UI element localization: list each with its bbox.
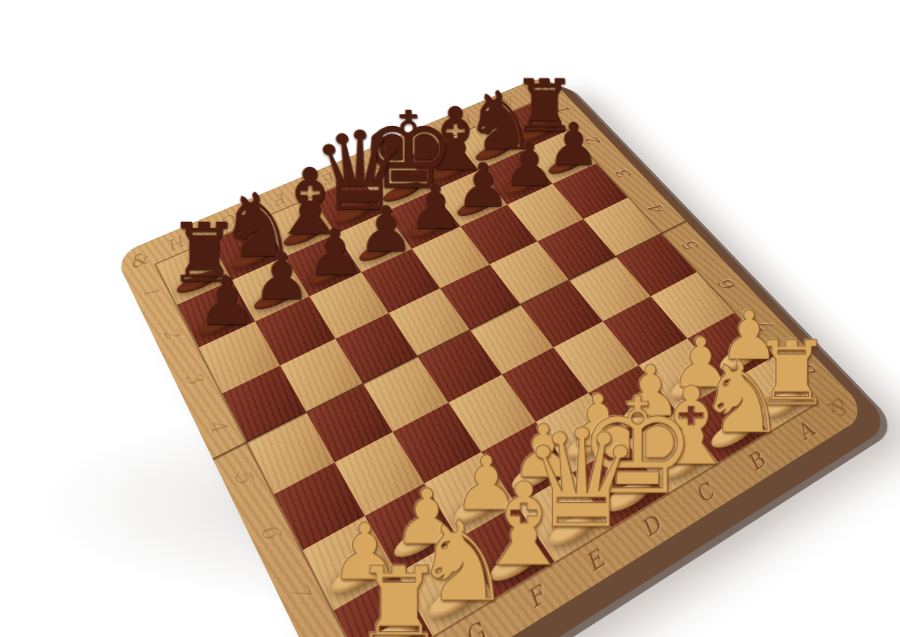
- rank-label: 7: [259, 555, 341, 626]
- scene: { "game": "chess", "board_style": "foldi…: [0, 0, 900, 637]
- piece-black-pawn[interactable]: ♟: [456, 159, 510, 215]
- piece-black-pawn[interactable]: ♟: [253, 248, 311, 308]
- piece-black-pawn[interactable]: ♟: [503, 138, 556, 193]
- piece-black-pawn[interactable]: ♟: [197, 272, 256, 333]
- rank-label: 4: [181, 397, 255, 455]
- piece-white-rook[interactable]: ♜: [352, 558, 445, 637]
- scene-perspective: ♜♞♝♛♚♝♞♜♟♟♟♟♟♟♟♟♟♟♟♟♟♟♟♟♜♞♝♛♚♝♞♜ HGFEDCB…: [196, 56, 744, 604]
- piece-black-pawn[interactable]: ♟: [408, 180, 463, 237]
- piece-black-pawn[interactable]: ♟: [306, 224, 363, 283]
- piece-black-pawn[interactable]: ♟: [358, 202, 414, 260]
